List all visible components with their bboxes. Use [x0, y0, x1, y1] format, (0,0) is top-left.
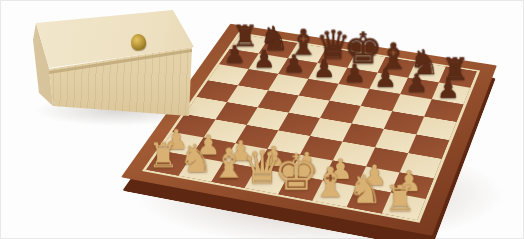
square-h1: ♜	[382, 193, 426, 221]
square-h6	[424, 99, 463, 122]
piece-white-knight: ♞	[178, 140, 212, 178]
square-e5	[320, 101, 361, 124]
storage-box	[28, 0, 223, 135]
piece-white-pawn: ♟	[328, 155, 353, 183]
square-h5	[416, 117, 456, 141]
piece-black-king: ♚	[343, 26, 382, 70]
square-g6	[392, 94, 431, 116]
piece-black-rook: ♜	[441, 54, 469, 85]
piece-black-rook: ♜	[231, 21, 258, 51]
square-h4	[408, 134, 449, 158]
square-c5	[258, 90, 299, 112]
chess-set-photo: ♜♞♝♛♚♝♞♜♟♟♟♟♟♟♟♟♟♟♟♟♟♟♟♟♜♞♝♛♚♝♞♜	[0, 0, 524, 239]
square-b1: ♞	[179, 156, 224, 182]
square-e2: ♟	[289, 155, 332, 181]
square-f1: ♝	[312, 180, 356, 207]
piece-black-queen: ♛	[315, 25, 351, 65]
